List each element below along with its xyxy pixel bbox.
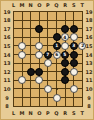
coord-label-right-19: 19 — [86, 9, 93, 15]
move-number: 2 — [81, 44, 84, 48]
stone-black-R11[interactable] — [61, 76, 69, 84]
coord-label-bottom-O: O — [37, 110, 41, 116]
stone-white-P13[interactable] — [44, 59, 52, 67]
move-number: 3 — [72, 44, 75, 48]
stone-white-T15[interactable]: 2 — [78, 42, 86, 50]
stone-white-R15[interactable] — [61, 42, 69, 50]
move-number: 4 — [64, 35, 67, 39]
stone-black-P14[interactable]: 7 — [44, 51, 52, 59]
coord-label-right-17: 17 — [86, 26, 93, 32]
stone-white-S16[interactable] — [70, 33, 78, 41]
stone-black-R14[interactable]: 5 — [61, 51, 69, 59]
coord-label-bottom-L: L — [12, 110, 15, 116]
coord-label-left-12: 12 — [4, 69, 11, 75]
coord-label-left-14: 14 — [4, 52, 11, 58]
stone-black-O12[interactable] — [35, 68, 43, 76]
stone-white-Q9[interactable] — [53, 94, 61, 102]
coord-label-top-O: O — [37, 2, 41, 8]
coord-label-bottom-P: P — [46, 110, 50, 116]
coord-label-right-18: 18 — [86, 17, 93, 23]
coord-label-bottom-Q: Q — [54, 110, 58, 116]
stone-white-R16[interactable]: 4 — [61, 33, 69, 41]
stone-white-P10[interactable] — [44, 85, 52, 93]
coord-label-left-13: 13 — [4, 60, 11, 66]
stone-white-M14[interactable] — [18, 51, 26, 59]
coord-label-left-11: 11 — [4, 77, 11, 83]
coord-label-left-18: 18 — [4, 17, 11, 23]
grid-line-vertical — [22, 11, 23, 106]
coord-label-left-16: 16 — [4, 34, 11, 40]
stone-black-R13[interactable] — [61, 59, 69, 67]
coord-label-right-12: 12 — [86, 69, 93, 75]
grid-line-vertical — [56, 11, 57, 106]
star-point — [56, 88, 58, 90]
stone-black-S14[interactable] — [70, 51, 78, 59]
stone-white-M11[interactable] — [18, 76, 26, 84]
coord-label-right-9: 9 — [87, 95, 90, 101]
coord-label-left-10: 10 — [4, 86, 11, 92]
grid-line-horizontal — [13, 106, 83, 107]
stone-black-O17[interactable] — [35, 25, 43, 33]
move-number: 5 — [64, 52, 67, 56]
stone-white-Q14[interactable]: 6 — [53, 51, 61, 59]
coord-label-bottom-R: R — [63, 110, 67, 116]
grid-line-horizontal — [13, 11, 83, 12]
coord-label-left-17: 17 — [4, 26, 11, 32]
stone-black-Q16[interactable] — [53, 33, 61, 41]
coord-label-top-P: P — [46, 2, 50, 8]
stone-black-R12[interactable] — [61, 68, 69, 76]
coord-label-bottom-N: N — [29, 110, 33, 116]
coord-label-left-19: 19 — [4, 9, 11, 15]
coord-label-top-N: N — [29, 2, 33, 8]
grid-line-horizontal — [13, 97, 83, 98]
move-number: 1 — [55, 44, 58, 48]
grid-line-vertical — [13, 11, 14, 106]
coord-label-left-15: 15 — [4, 43, 11, 49]
go-board-diagram: LLMMNNOOPPQQRRSSTT1919181817171616151514… — [0, 0, 94, 120]
stone-white-O15[interactable] — [35, 42, 43, 50]
stone-white-M15[interactable] — [18, 42, 26, 50]
move-number: 6 — [55, 52, 58, 56]
stone-white-S10[interactable] — [70, 85, 78, 93]
stone-black-R17[interactable] — [61, 25, 69, 33]
stone-white-O11[interactable] — [35, 76, 43, 84]
stone-white-S12[interactable] — [70, 68, 78, 76]
coord-label-right-15: 15 — [86, 43, 93, 49]
stone-black-S17[interactable] — [70, 25, 78, 33]
coord-label-left-9: 9 — [5, 95, 8, 101]
stone-black-S15[interactable]: 3 — [70, 42, 78, 50]
coord-label-right-13: 13 — [86, 60, 93, 66]
stone-white-O14[interactable] — [35, 51, 43, 59]
grid-line-horizontal — [13, 20, 83, 21]
move-number: 7 — [46, 52, 49, 56]
coord-label-top-R: R — [63, 2, 67, 8]
coord-label-top-L: L — [12, 2, 15, 8]
coord-label-right-10: 10 — [86, 86, 93, 92]
coord-label-bottom-T: T — [81, 110, 84, 116]
coord-label-bottom-M: M — [20, 110, 25, 116]
coord-label-right-14: 14 — [86, 52, 93, 58]
coord-label-right-11: 11 — [86, 77, 93, 83]
grid-line-vertical — [30, 11, 31, 106]
stone-black-N12[interactable] — [27, 68, 35, 76]
coord-label-bottom-S: S — [72, 110, 76, 116]
coord-label-left-8: 8 — [5, 103, 8, 109]
coord-label-top-T: T — [81, 2, 84, 8]
coord-label-top-Q: Q — [54, 2, 58, 8]
coord-label-right-8: 8 — [87, 103, 90, 109]
stone-black-S13[interactable] — [70, 59, 78, 67]
coord-label-top-M: M — [20, 2, 25, 8]
grid-line-vertical — [82, 11, 83, 106]
coord-label-right-16: 16 — [86, 34, 93, 40]
stone-black-Q15[interactable]: 1 — [53, 42, 61, 50]
coord-label-top-S: S — [72, 2, 76, 8]
